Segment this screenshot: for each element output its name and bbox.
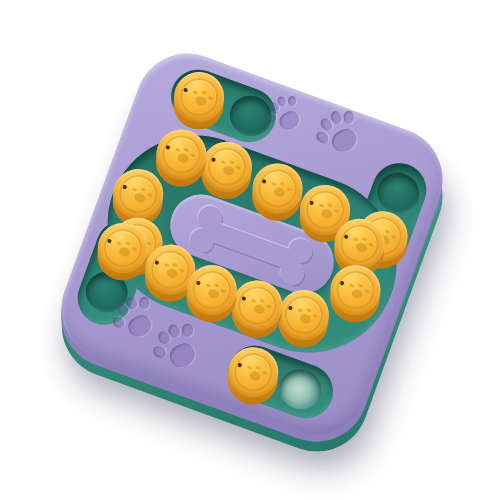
yellow-puck-outer-top[interactable] (167, 65, 231, 129)
puzzle-board (47, 39, 457, 449)
puck-face (221, 340, 285, 404)
yellow-puck-outer-bottom[interactable] (221, 340, 285, 404)
pucks-layer (47, 39, 457, 449)
product-photo-scene (0, 0, 500, 500)
puck-face (167, 65, 231, 129)
